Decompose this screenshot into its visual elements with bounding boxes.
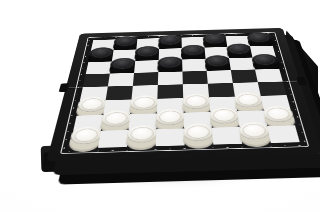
square-c1: ⛀ (127, 129, 156, 147)
square-g7: ⛂ (227, 46, 252, 58)
white-checker: ⛀ (182, 93, 212, 109)
white-checker: ⛀ (183, 123, 215, 141)
square-b5 (108, 73, 134, 87)
square-f2: ⛀ (210, 111, 239, 127)
black-checker: ⛂ (157, 56, 183, 69)
black-checker: ⛂ (246, 32, 273, 44)
hinge-clasp-right (296, 77, 307, 86)
black-checker: ⛂ (226, 43, 253, 55)
square-h6: ⛂ (252, 57, 279, 70)
square-d6: ⛂ (158, 60, 182, 73)
board-border-line: ⛂⛂⛂⛂⛂⛂⛂⛂⛂⛂⛂⛂⛀⛀⛀⛀⛀⛀⛀⛀⛀⛀⛀⛀ (60, 32, 309, 154)
white-checker: ⛀ (155, 108, 185, 125)
photo-stage: ⛂⛂⛂⛂⛂⛂⛂⛂⛂⛂⛂⛂⛀⛀⛀⛀⛀⛀⛀⛀⛀⛀⛀⛀ (0, 0, 320, 212)
black-checker: ⛂ (202, 33, 228, 45)
square-b2: ⛀ (101, 114, 130, 131)
square-g1: ⛀ (240, 126, 271, 144)
square-b8: ⛂ (114, 39, 138, 50)
square-c7: ⛂ (135, 49, 159, 61)
square-f4 (208, 83, 235, 97)
square-h4 (258, 82, 287, 96)
board-grid: ⛂⛂⛂⛂⛂⛂⛂⛂⛂⛂⛂⛂⛀⛀⛀⛀⛀⛀⛀⛀⛀⛀⛀⛀ (69, 35, 299, 149)
square-e7: ⛂ (182, 48, 206, 60)
square-b6: ⛂ (110, 61, 135, 74)
black-checker: ⛂ (113, 36, 139, 48)
square-a3: ⛀ (77, 100, 106, 115)
square-g3: ⛀ (235, 96, 264, 111)
square-c3: ⛀ (130, 99, 157, 114)
black-checker: ⛂ (158, 34, 183, 46)
square-g5 (231, 70, 258, 83)
white-checker: ⛀ (126, 124, 158, 142)
square-h5 (255, 69, 283, 82)
square-e5 (182, 71, 207, 84)
square-h8: ⛂ (248, 35, 273, 46)
square-e1: ⛀ (184, 128, 213, 146)
square-d1 (156, 128, 185, 146)
hinge-clasp-left (59, 83, 69, 92)
square-a6 (86, 61, 112, 74)
square-a5 (83, 74, 110, 88)
square-f1 (212, 127, 242, 145)
square-d4 (157, 84, 183, 98)
square-f8: ⛂ (204, 36, 228, 47)
square-a1: ⛀ (69, 131, 101, 149)
square-c6 (134, 60, 159, 73)
perspective-tilt: ⛂⛂⛂⛂⛂⛂⛂⛂⛂⛂⛂⛂⛀⛀⛀⛀⛀⛀⛀⛀⛀⛀⛀⛀ (0, 0, 320, 212)
square-e6 (182, 59, 207, 72)
checkers-board: ⛂⛂⛂⛂⛂⛂⛂⛂⛂⛂⛂⛂⛀⛀⛀⛀⛀⛀⛀⛀⛀⛀⛀⛀ (46, 28, 320, 162)
square-a7: ⛂ (88, 50, 113, 62)
square-b4 (106, 86, 133, 100)
square-d5 (158, 72, 183, 86)
black-checker: ⛂ (204, 55, 231, 68)
square-h2: ⛀ (264, 110, 295, 126)
square-d8: ⛂ (159, 38, 182, 49)
black-checker: ⛂ (181, 44, 207, 56)
black-checker: ⛂ (109, 57, 137, 70)
black-checker: ⛂ (134, 46, 160, 58)
square-c5 (133, 72, 158, 86)
square-b1 (98, 130, 128, 148)
square-h1 (267, 125, 299, 143)
square-f6: ⛂ (206, 58, 231, 71)
white-checker: ⛀ (129, 95, 159, 111)
square-f5 (207, 70, 233, 83)
square-e3: ⛀ (183, 97, 210, 112)
square-d2: ⛀ (156, 113, 184, 130)
